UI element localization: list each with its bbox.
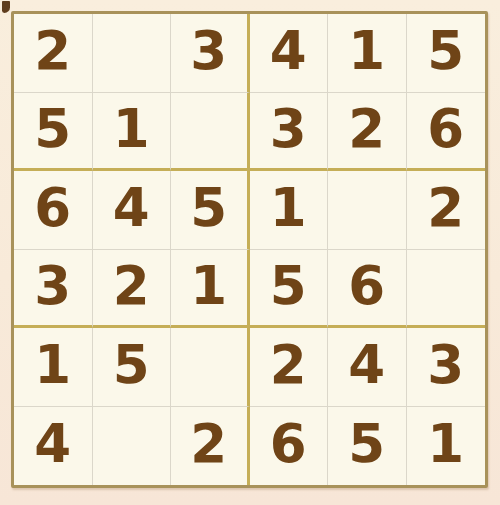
cell-r3c6[interactable]: 2 [407, 171, 486, 250]
cell-r6c4[interactable]: 6 [250, 407, 329, 486]
cell-r5c4[interactable]: 2 [250, 328, 329, 407]
cell-r1c4[interactable]: 4 [250, 14, 329, 93]
sudoku-board: 234155132664512321561524342651 [11, 11, 488, 488]
cell-r6c3[interactable]: 2 [171, 407, 250, 486]
cell-r5c3[interactable] [171, 328, 250, 407]
cell-r3c5[interactable] [328, 171, 407, 250]
cell-r6c1[interactable]: 4 [14, 407, 93, 486]
cell-r3c2[interactable]: 4 [93, 171, 172, 250]
cutoff-ui-fragment [2, 1, 10, 13]
cell-r1c6[interactable]: 5 [407, 14, 486, 93]
cell-r5c6[interactable]: 3 [407, 328, 486, 407]
cell-r4c6[interactable] [407, 250, 486, 329]
cell-r5c2[interactable]: 5 [93, 328, 172, 407]
sudoku-grid: 234155132664512321561524342651 [14, 14, 485, 485]
cell-r1c2[interactable] [93, 14, 172, 93]
cell-r3c3[interactable]: 5 [171, 171, 250, 250]
cell-r2c1[interactable]: 5 [14, 93, 93, 172]
cell-r1c3[interactable]: 3 [171, 14, 250, 93]
cell-r2c6[interactable]: 6 [407, 93, 486, 172]
cell-r3c1[interactable]: 6 [14, 171, 93, 250]
cell-r6c2[interactable] [93, 407, 172, 486]
cell-r5c5[interactable]: 4 [328, 328, 407, 407]
cell-r6c5[interactable]: 5 [328, 407, 407, 486]
cell-r2c2[interactable]: 1 [93, 93, 172, 172]
cell-r1c1[interactable]: 2 [14, 14, 93, 93]
cell-r4c5[interactable]: 6 [328, 250, 407, 329]
cell-r4c2[interactable]: 2 [93, 250, 172, 329]
cell-r2c3[interactable] [171, 93, 250, 172]
cell-r3c4[interactable]: 1 [250, 171, 329, 250]
cell-r2c5[interactable]: 2 [328, 93, 407, 172]
cell-r2c4[interactable]: 3 [250, 93, 329, 172]
cell-r4c4[interactable]: 5 [250, 250, 329, 329]
cell-r1c5[interactable]: 1 [328, 14, 407, 93]
cell-r4c1[interactable]: 3 [14, 250, 93, 329]
cell-r5c1[interactable]: 1 [14, 328, 93, 407]
cell-r4c3[interactable]: 1 [171, 250, 250, 329]
cell-r6c6[interactable]: 1 [407, 407, 486, 486]
